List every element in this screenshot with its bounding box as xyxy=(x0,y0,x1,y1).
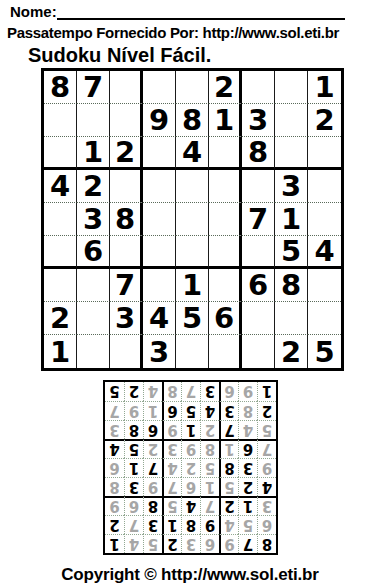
puzzle-cell-r3c9[interactable] xyxy=(308,137,341,170)
sudoku-puzzle-grid: 872198132124842338716547168234561325 xyxy=(41,68,344,371)
puzzle-cell-r9c5[interactable] xyxy=(176,335,209,368)
puzzle-cell-r2c5: 8 xyxy=(176,104,209,137)
solution-cell-r5c7: 7 xyxy=(143,458,162,477)
solution-cell-r4c7: 9 xyxy=(143,477,162,496)
solution-cell-r1c7: 5 xyxy=(143,534,162,553)
puzzle-cell-r5c6[interactable] xyxy=(209,203,242,236)
solution-cell-r5c4: 5 xyxy=(200,458,219,477)
puzzle-cell-r1c6: 2 xyxy=(209,71,242,104)
puzzle-cell-r5c8: 1 xyxy=(275,203,308,236)
puzzle-cell-r9c1: 1 xyxy=(44,335,77,368)
solution-cell-r3c8: 6 xyxy=(124,496,143,515)
solution-cell-r4c6: 7 xyxy=(162,477,181,496)
puzzle-cell-r3c8[interactable] xyxy=(275,137,308,170)
puzzle-cell-r4c8: 3 xyxy=(275,170,308,203)
solution-cell-r5c8: 1 xyxy=(124,458,143,477)
solution-cell-r2c4: 9 xyxy=(200,515,219,534)
solution-cell-r3c4: 7 xyxy=(200,496,219,515)
solution-cell-r8c3: 3 xyxy=(219,401,238,420)
solution-cell-r4c1: 4 xyxy=(257,477,276,496)
puzzle-cell-r1c9: 1 xyxy=(308,71,341,104)
solution-cell-r7c4: 2 xyxy=(200,420,219,439)
puzzle-cell-r3c3: 2 xyxy=(110,137,143,170)
solution-cell-r1c4: 6 xyxy=(200,534,219,553)
puzzle-cell-r4c1: 4 xyxy=(44,170,77,203)
name-fill-in-line xyxy=(57,3,345,20)
solution-cell-r6c6: 3 xyxy=(162,439,181,458)
solution-cell-r8c2: 8 xyxy=(238,401,257,420)
puzzle-cell-r9c7[interactable] xyxy=(242,335,275,368)
solution-cell-r4c2: 2 xyxy=(238,477,257,496)
puzzle-cell-r2c3[interactable] xyxy=(110,104,143,137)
puzzle-cell-r2c1[interactable] xyxy=(44,104,77,137)
solution-cell-r2c2: 5 xyxy=(238,515,257,534)
puzzle-cell-r8c9[interactable] xyxy=(308,302,341,335)
puzzle-cell-r7c2[interactable] xyxy=(77,269,110,302)
solution-cell-r9c7: 4 xyxy=(143,382,162,401)
puzzle-cell-r1c7[interactable] xyxy=(242,71,275,104)
puzzle-cell-r9c2[interactable] xyxy=(77,335,110,368)
solution-cell-r3c5: 4 xyxy=(181,496,200,515)
puzzle-cell-r8c3: 3 xyxy=(110,302,143,335)
puzzle-cell-r9c8: 2 xyxy=(275,335,308,368)
puzzle-cell-r5c7: 7 xyxy=(242,203,275,236)
puzzle-cell-r9c9: 5 xyxy=(308,335,341,368)
solution-cell-r3c3: 2 xyxy=(219,496,238,515)
solution-cell-r5c2: 3 xyxy=(238,458,257,477)
solution-cell-r8c6: 6 xyxy=(162,401,181,420)
puzzle-cell-r6c9: 4 xyxy=(308,236,341,269)
puzzle-cell-r2c8[interactable] xyxy=(275,104,308,137)
puzzle-cell-r2c6: 1 xyxy=(209,104,242,137)
solution-cell-r3c6: 5 xyxy=(162,496,181,515)
puzzle-cell-r5c9[interactable] xyxy=(308,203,341,236)
puzzle-cell-r6c6[interactable] xyxy=(209,236,242,269)
solution-cell-r1c6: 2 xyxy=(162,534,181,553)
puzzle-cell-r9c6[interactable] xyxy=(209,335,242,368)
solution-cell-r8c1: 2 xyxy=(257,401,276,420)
puzzle-cell-r2c9: 2 xyxy=(308,104,341,137)
solution-cell-r3c1: 3 xyxy=(257,496,276,515)
puzzle-cell-r3c2: 1 xyxy=(77,137,110,170)
solution-cell-r6c5: 9 xyxy=(181,439,200,458)
solution-cell-r7c5: 1 xyxy=(181,420,200,439)
solution-cell-r9c4: 3 xyxy=(200,382,219,401)
puzzle-cell-r1c3[interactable] xyxy=(110,71,143,104)
puzzle-cell-r9c3[interactable] xyxy=(110,335,143,368)
puzzle-cell-r2c7: 3 xyxy=(242,104,275,137)
puzzle-cell-r8c5: 5 xyxy=(176,302,209,335)
solution-cell-r2c9: 2 xyxy=(105,515,124,534)
solution-cell-r5c1: 9 xyxy=(257,458,276,477)
puzzle-cell-r6c2: 6 xyxy=(77,236,110,269)
solution-cell-r6c3: 1 xyxy=(219,439,238,458)
solution-cell-r3c7: 8 xyxy=(143,496,162,515)
page-title: Sudoku Nível Fácil. xyxy=(28,44,380,66)
solution-cell-r7c9: 3 xyxy=(105,420,124,439)
solution-cell-r2c7: 3 xyxy=(143,515,162,534)
puzzle-cell-r4c6[interactable] xyxy=(209,170,242,203)
solution-cell-r5c5: 2 xyxy=(181,458,200,477)
puzzle-cell-r2c4: 9 xyxy=(143,104,176,137)
solution-cell-r4c5: 6 xyxy=(181,477,200,496)
puzzle-cell-r6c5[interactable] xyxy=(176,236,209,269)
puzzle-cell-r3c5: 4 xyxy=(176,137,209,170)
puzzle-cell-r7c1[interactable] xyxy=(44,269,77,302)
solution-cell-r6c2: 6 xyxy=(238,439,257,458)
puzzle-cell-r8c1: 2 xyxy=(44,302,77,335)
name-label: Nome: xyxy=(10,4,57,20)
puzzle-cell-r4c5[interactable] xyxy=(176,170,209,203)
solution-cell-r5c9: 6 xyxy=(105,458,124,477)
solution-cell-r4c4: 1 xyxy=(200,477,219,496)
puzzle-cell-r1c4[interactable] xyxy=(143,71,176,104)
solution-cell-r5c6: 4 xyxy=(162,458,181,477)
puzzle-cell-r7c3: 7 xyxy=(110,269,143,302)
puzzle-cell-r7c5: 1 xyxy=(176,269,209,302)
solution-cell-r9c6: 8 xyxy=(162,382,181,401)
solution-cell-r5c3: 8 xyxy=(219,458,238,477)
solution-cell-r2c8: 7 xyxy=(124,515,143,534)
solution-cell-r6c8: 5 xyxy=(124,439,143,458)
solution-cell-r7c8: 8 xyxy=(124,420,143,439)
solution-cell-r1c5: 3 xyxy=(181,534,200,553)
puzzle-cell-r5c3: 8 xyxy=(110,203,143,236)
solution-cell-r8c8: 9 xyxy=(124,401,143,420)
solution-cell-r1c8: 4 xyxy=(124,534,143,553)
solution-cell-r4c8: 3 xyxy=(124,477,143,496)
solution-cell-r7c6: 9 xyxy=(162,420,181,439)
puzzle-cell-r8c7[interactable] xyxy=(242,302,275,335)
solution-cell-r9c1: 1 xyxy=(257,382,276,401)
puzzle-cell-r8c6: 6 xyxy=(209,302,242,335)
solution-cell-r1c2: 7 xyxy=(238,534,257,553)
solution-cell-r9c5: 7 xyxy=(181,382,200,401)
puzzle-cell-r7c9[interactable] xyxy=(308,269,341,302)
solution-cell-r4c9: 8 xyxy=(105,477,124,496)
sudoku-print-page: Nome: Passatempo Fornecido Por: http://w… xyxy=(0,4,380,585)
puzzle-cell-r1c1: 8 xyxy=(44,71,77,104)
solution-cell-r3c2: 1 xyxy=(238,496,257,515)
puzzle-cell-r6c7[interactable] xyxy=(242,236,275,269)
puzzle-cell-r4c7[interactable] xyxy=(242,170,275,203)
solution-cell-r7c7: 6 xyxy=(143,420,162,439)
puzzle-cell-r1c2: 7 xyxy=(77,71,110,104)
puzzle-cell-r6c1[interactable] xyxy=(44,236,77,269)
solution-cell-r8c9: 7 xyxy=(105,401,124,420)
copyright-line: Copyright © http://www.sol.eti.br xyxy=(0,565,380,585)
puzzle-cell-r6c8: 5 xyxy=(275,236,308,269)
puzzle-cell-r6c4[interactable] xyxy=(143,236,176,269)
puzzle-cell-r5c4[interactable] xyxy=(143,203,176,236)
solution-cell-r2c6: 1 xyxy=(162,515,181,534)
solution-cell-r1c1: 8 xyxy=(257,534,276,553)
solution-cell-r7c3: 7 xyxy=(219,420,238,439)
solution-cell-r7c1: 5 xyxy=(257,420,276,439)
sudoku-solution-grid-rotated: 8796325416549813723127458694251679389385… xyxy=(103,380,278,555)
solution-cell-r8c7: 1 xyxy=(143,401,162,420)
puzzle-cell-r7c7: 6 xyxy=(242,269,275,302)
puzzle-cell-r1c8[interactable] xyxy=(275,71,308,104)
solution-cell-r2c5: 8 xyxy=(181,515,200,534)
puzzle-cell-r1c5[interactable] xyxy=(176,71,209,104)
puzzle-cell-r4c3[interactable] xyxy=(110,170,143,203)
puzzle-cell-r5c5[interactable] xyxy=(176,203,209,236)
solution-cell-r9c2: 9 xyxy=(238,382,257,401)
puzzle-cell-r2c2[interactable] xyxy=(77,104,110,137)
solution-cell-r1c3: 9 xyxy=(219,534,238,553)
puzzle-cell-r3c6[interactable] xyxy=(209,137,242,170)
puzzle-cell-r7c8: 8 xyxy=(275,269,308,302)
puzzle-cell-r4c9[interactable] xyxy=(308,170,341,203)
solution-cell-r8c4: 4 xyxy=(200,401,219,420)
name-row: Nome: xyxy=(10,4,380,20)
solution-cell-r3c9: 9 xyxy=(105,496,124,515)
puzzle-cell-r8c4: 4 xyxy=(143,302,176,335)
solution-cell-r4c3: 5 xyxy=(219,477,238,496)
puzzle-cell-r5c2: 3 xyxy=(77,203,110,236)
puzzle-cell-r9c4: 3 xyxy=(143,335,176,368)
solution-cell-r6c7: 2 xyxy=(143,439,162,458)
puzzle-cell-r8c8[interactable] xyxy=(275,302,308,335)
solution-cell-r2c1: 6 xyxy=(257,515,276,534)
solution-cell-r6c4: 8 xyxy=(200,439,219,458)
puzzle-cell-r4c2: 2 xyxy=(77,170,110,203)
solution-cell-r9c9: 5 xyxy=(105,382,124,401)
puzzle-cell-r3c4[interactable] xyxy=(143,137,176,170)
solution-cell-r6c9: 4 xyxy=(105,439,124,458)
solution-cell-r9c8: 2 xyxy=(124,382,143,401)
puzzle-cell-r8c2[interactable] xyxy=(77,302,110,335)
solution-cell-r9c3: 6 xyxy=(219,382,238,401)
puzzle-cell-r3c1[interactable] xyxy=(44,137,77,170)
puzzle-cell-r7c6[interactable] xyxy=(209,269,242,302)
puzzle-cell-r3c7: 8 xyxy=(242,137,275,170)
solution-cell-r8c5: 5 xyxy=(181,401,200,420)
puzzle-cell-r7c4[interactable] xyxy=(143,269,176,302)
solution-cell-r6c1: 7 xyxy=(257,439,276,458)
puzzle-cell-r5c1[interactable] xyxy=(44,203,77,236)
puzzle-cell-r6c3[interactable] xyxy=(110,236,143,269)
solution-cell-r2c3: 4 xyxy=(219,515,238,534)
solution-cell-r7c2: 4 xyxy=(238,420,257,439)
provider-line: Passatempo Fornecido Por: http://www.sol… xyxy=(7,24,380,41)
solution-cell-r1c9: 1 xyxy=(105,534,124,553)
puzzle-cell-r4c4[interactable] xyxy=(143,170,176,203)
